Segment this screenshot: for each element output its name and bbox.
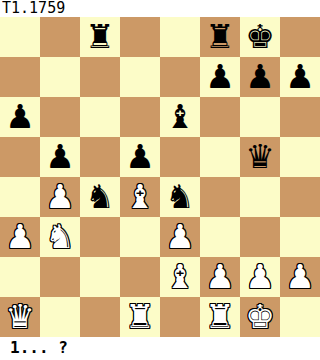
piece-white-bishop-e2[interactable]: ♝ xyxy=(165,257,195,297)
square-g7[interactable]: ♟ xyxy=(240,57,280,97)
square-a8[interactable] xyxy=(0,17,40,57)
piece-black-pawn-f7[interactable]: ♟ xyxy=(205,57,235,97)
square-b5[interactable]: ♟ xyxy=(40,137,80,177)
square-d5[interactable]: ♟ xyxy=(120,137,160,177)
piece-white-pawn-h2[interactable]: ♟ xyxy=(285,257,315,297)
square-g6[interactable] xyxy=(240,97,280,137)
square-e8[interactable] xyxy=(160,17,200,57)
piece-black-rook-c8[interactable]: ♜ xyxy=(85,17,115,57)
square-f2[interactable]: ♟ xyxy=(200,257,240,297)
piece-white-rook-d1[interactable]: ♜ xyxy=(125,297,155,337)
piece-black-pawn-d5[interactable]: ♟ xyxy=(125,137,155,177)
square-c5[interactable] xyxy=(80,137,120,177)
square-b2[interactable] xyxy=(40,257,80,297)
chess-board: ♜♜♚♟♟♟♟♝♟♟♛♟♞♝♞♟♞♟♝♟♟♟♛♜♜♚ xyxy=(0,17,320,337)
square-c1[interactable] xyxy=(80,297,120,337)
square-f8[interactable]: ♜ xyxy=(200,17,240,57)
piece-black-rook-f8[interactable]: ♜ xyxy=(205,17,235,57)
piece-white-pawn-a3[interactable]: ♟ xyxy=(5,217,35,257)
square-d4[interactable]: ♝ xyxy=(120,177,160,217)
square-a2[interactable] xyxy=(0,257,40,297)
square-a6[interactable]: ♟ xyxy=(0,97,40,137)
square-f1[interactable]: ♜ xyxy=(200,297,240,337)
move-prompt: 1... ? xyxy=(0,337,320,360)
puzzle-id: T1.1759 xyxy=(0,0,320,17)
square-g4[interactable] xyxy=(240,177,280,217)
square-c8[interactable]: ♜ xyxy=(80,17,120,57)
square-c6[interactable] xyxy=(80,97,120,137)
square-a3[interactable]: ♟ xyxy=(0,217,40,257)
piece-black-pawn-b5[interactable]: ♟ xyxy=(45,137,75,177)
piece-white-pawn-e3[interactable]: ♟ xyxy=(165,217,195,257)
square-a7[interactable] xyxy=(0,57,40,97)
square-d3[interactable] xyxy=(120,217,160,257)
piece-white-pawn-f2[interactable]: ♟ xyxy=(205,257,235,297)
square-a5[interactable] xyxy=(0,137,40,177)
piece-black-knight-e4[interactable]: ♞ xyxy=(165,177,195,217)
square-e1[interactable] xyxy=(160,297,200,337)
piece-white-pawn-b4[interactable]: ♟ xyxy=(45,177,75,217)
square-c2[interactable] xyxy=(80,257,120,297)
piece-white-rook-f1[interactable]: ♜ xyxy=(205,297,235,337)
piece-black-pawn-g7[interactable]: ♟ xyxy=(245,57,275,97)
square-b3[interactable]: ♞ xyxy=(40,217,80,257)
square-c7[interactable] xyxy=(80,57,120,97)
square-d8[interactable] xyxy=(120,17,160,57)
square-g1[interactable]: ♚ xyxy=(240,297,280,337)
square-e4[interactable]: ♞ xyxy=(160,177,200,217)
square-d7[interactable] xyxy=(120,57,160,97)
square-g2[interactable]: ♟ xyxy=(240,257,280,297)
square-h6[interactable] xyxy=(280,97,320,137)
piece-white-queen-a1[interactable]: ♛ xyxy=(5,297,35,337)
piece-white-bishop-d4[interactable]: ♝ xyxy=(125,177,155,217)
square-e7[interactable] xyxy=(160,57,200,97)
square-h7[interactable]: ♟ xyxy=(280,57,320,97)
piece-white-pawn-g2[interactable]: ♟ xyxy=(245,257,275,297)
square-f5[interactable] xyxy=(200,137,240,177)
square-b7[interactable] xyxy=(40,57,80,97)
square-f3[interactable] xyxy=(200,217,240,257)
square-g5[interactable]: ♛ xyxy=(240,137,280,177)
square-a4[interactable] xyxy=(0,177,40,217)
piece-white-knight-b3[interactable]: ♞ xyxy=(45,217,75,257)
piece-black-pawn-h7[interactable]: ♟ xyxy=(285,57,315,97)
square-h5[interactable] xyxy=(280,137,320,177)
square-e5[interactable] xyxy=(160,137,200,177)
square-c3[interactable] xyxy=(80,217,120,257)
square-b1[interactable] xyxy=(40,297,80,337)
square-e6[interactable]: ♝ xyxy=(160,97,200,137)
square-e2[interactable]: ♝ xyxy=(160,257,200,297)
square-e3[interactable]: ♟ xyxy=(160,217,200,257)
square-h2[interactable]: ♟ xyxy=(280,257,320,297)
square-g8[interactable]: ♚ xyxy=(240,17,280,57)
piece-black-bishop-e6[interactable]: ♝ xyxy=(165,97,195,137)
square-f7[interactable]: ♟ xyxy=(200,57,240,97)
square-h8[interactable] xyxy=(280,17,320,57)
square-f6[interactable] xyxy=(200,97,240,137)
square-c4[interactable]: ♞ xyxy=(80,177,120,217)
square-b6[interactable] xyxy=(40,97,80,137)
square-h1[interactable] xyxy=(280,297,320,337)
square-b8[interactable] xyxy=(40,17,80,57)
square-h4[interactable] xyxy=(280,177,320,217)
square-h3[interactable] xyxy=(280,217,320,257)
piece-white-king-g1[interactable]: ♚ xyxy=(245,297,275,337)
square-d6[interactable] xyxy=(120,97,160,137)
piece-black-knight-c4[interactable]: ♞ xyxy=(85,177,115,217)
square-d2[interactable] xyxy=(120,257,160,297)
piece-black-queen-g5[interactable]: ♛ xyxy=(245,137,275,177)
piece-black-pawn-a6[interactable]: ♟ xyxy=(5,97,35,137)
square-b4[interactable]: ♟ xyxy=(40,177,80,217)
square-d1[interactable]: ♜ xyxy=(120,297,160,337)
square-a1[interactable]: ♛ xyxy=(0,297,40,337)
piece-black-king-g8[interactable]: ♚ xyxy=(245,17,275,57)
square-g3[interactable] xyxy=(240,217,280,257)
square-f4[interactable] xyxy=(200,177,240,217)
